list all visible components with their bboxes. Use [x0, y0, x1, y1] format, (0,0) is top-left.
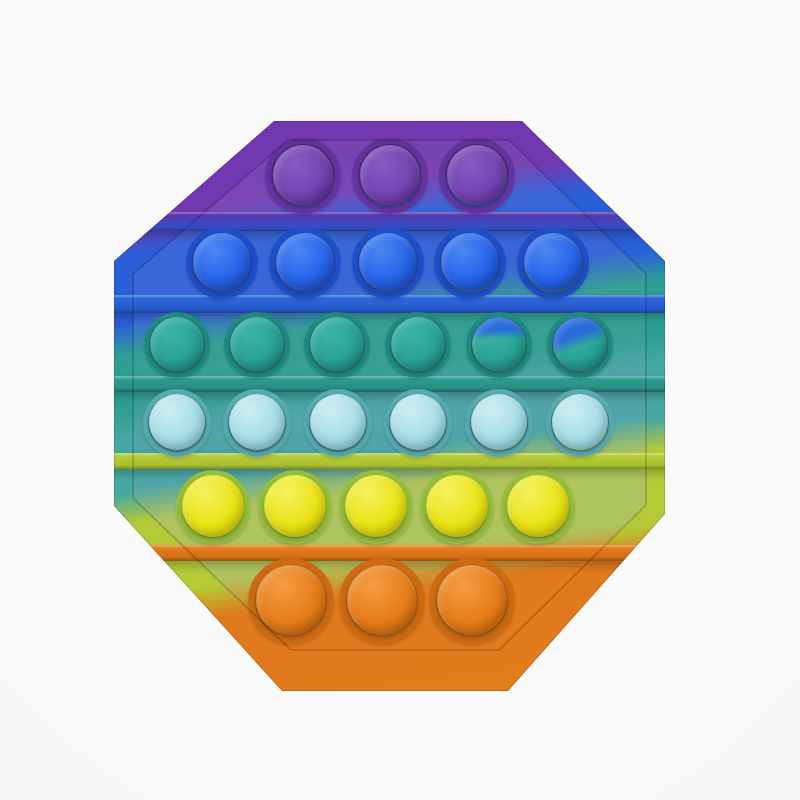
bubble-r3-c5[interactable] [466, 312, 532, 378]
bubble-dome [273, 145, 333, 205]
bubble-r3-c2[interactable] [224, 312, 290, 378]
bubble-dome [276, 233, 334, 291]
bubble-dome [437, 565, 507, 635]
bubble-dome [524, 233, 582, 291]
bubble-r5-c2[interactable] [258, 470, 332, 544]
bubble-dome [149, 394, 205, 450]
bubble-dome [426, 475, 488, 537]
bubble-r5-c3[interactable] [339, 470, 413, 544]
bubble-r3-c4[interactable] [385, 312, 451, 378]
bubble-dome [472, 317, 526, 371]
bubble-dome [441, 233, 499, 291]
bubble-dome [552, 394, 608, 450]
bubble-r4-c4[interactable] [384, 389, 452, 457]
bubble-r2-c3[interactable] [352, 227, 424, 299]
bubble-r1-c3[interactable] [439, 138, 515, 214]
bubble-r6-c2[interactable] [339, 558, 425, 644]
bubble-r5-c1[interactable] [176, 470, 250, 544]
bubble-r3-c3[interactable] [304, 312, 370, 378]
bubble-r4-c6[interactable] [546, 389, 614, 457]
bubble-dome [359, 233, 417, 291]
bubble-dome [256, 565, 326, 635]
bubble-dome [391, 317, 445, 371]
bubble-dome [264, 475, 326, 537]
bubble-dome [553, 317, 607, 371]
bubble-r5-c4[interactable] [420, 470, 494, 544]
bubble-r4-c1[interactable] [143, 389, 211, 457]
bubble-dome [390, 394, 446, 450]
bubble-r6-c1[interactable] [248, 558, 334, 644]
bubble-dome [230, 317, 284, 371]
bubble-r2-c1[interactable] [186, 227, 258, 299]
bubble-r4-c5[interactable] [465, 389, 533, 457]
bubble-dome [345, 475, 407, 537]
bubble-dome [182, 475, 244, 537]
bubble-r5-c5[interactable] [501, 470, 575, 544]
row-divider-2 [86, 295, 714, 313]
bubble-r6-c3[interactable] [429, 558, 515, 644]
bubble-r4-c2[interactable] [223, 389, 291, 457]
row-divider-5 [86, 545, 714, 561]
bubble-r4-c3[interactable] [304, 389, 372, 457]
bubble-r2-c5[interactable] [517, 227, 589, 299]
bubble-dome [150, 317, 204, 371]
bubble-dome [310, 317, 364, 371]
bubble-dome [471, 394, 527, 450]
photo-background [0, 0, 800, 800]
bubble-dome [310, 394, 366, 450]
bubble-r3-c1[interactable] [144, 312, 210, 378]
bubble-dome [507, 475, 569, 537]
bubble-dome [360, 145, 420, 205]
bubble-dome [447, 145, 507, 205]
bubble-r1-c1[interactable] [265, 138, 341, 214]
bubble-dome [347, 565, 417, 635]
bubble-r2-c4[interactable] [434, 227, 506, 299]
bubble-dome [193, 233, 251, 291]
pop-it-toy [0, 0, 800, 800]
bubble-r3-c6[interactable] [547, 312, 613, 378]
bubble-r1-c2[interactable] [352, 138, 428, 214]
bubble-dome [229, 394, 285, 450]
bubble-r2-c2[interactable] [269, 227, 341, 299]
